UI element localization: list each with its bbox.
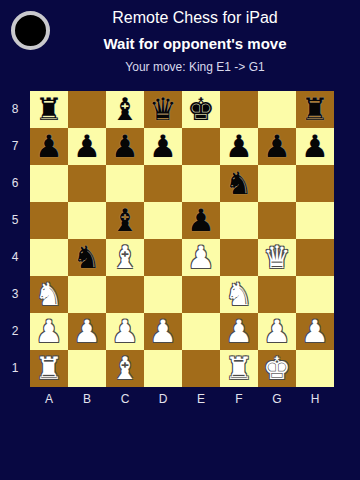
square-b2[interactable]: ♟ (68, 313, 106, 350)
white-knight-piece: ♞ (35, 279, 63, 310)
white-bishop-piece: ♝ (111, 353, 139, 384)
square-e2[interactable] (182, 313, 220, 350)
black-bishop-piece: ♝ (111, 205, 139, 236)
white-king-piece: ♚ (263, 353, 291, 384)
black-knight-piece: ♞ (225, 168, 253, 199)
square-h6[interactable] (296, 165, 334, 202)
square-d7[interactable]: ♟ (144, 128, 182, 165)
black-pawn-piece: ♟ (263, 131, 291, 162)
square-a3[interactable]: ♞ (30, 276, 68, 313)
black-rook-piece: ♜ (35, 94, 63, 125)
square-g8[interactable] (258, 91, 296, 128)
square-a5[interactable] (30, 202, 68, 239)
square-b7[interactable]: ♟ (68, 128, 106, 165)
black-rook-piece: ♜ (301, 94, 329, 125)
square-d2[interactable]: ♟ (144, 313, 182, 350)
white-knight-piece: ♞ (225, 279, 253, 310)
square-b8[interactable] (68, 91, 106, 128)
square-c3[interactable] (106, 276, 144, 313)
square-e6[interactable] (182, 165, 220, 202)
white-pawn-piece: ♟ (111, 316, 139, 347)
square-b1[interactable] (68, 350, 106, 387)
square-h7[interactable]: ♟ (296, 128, 334, 165)
square-b6[interactable] (68, 165, 106, 202)
square-g7[interactable]: ♟ (258, 128, 296, 165)
square-e5[interactable]: ♟ (182, 202, 220, 239)
square-g4[interactable]: ♛ (258, 239, 296, 276)
square-f8[interactable] (220, 91, 258, 128)
rank-label-8: 8 (0, 91, 30, 128)
white-queen-piece: ♛ (263, 242, 291, 273)
square-c1[interactable]: ♝ (106, 350, 144, 387)
square-h2[interactable]: ♟ (296, 313, 334, 350)
square-a8[interactable]: ♜ (30, 91, 68, 128)
square-d6[interactable] (144, 165, 182, 202)
rank-labels: 87654321 (0, 91, 30, 387)
file-labels: ABCDEFGH (30, 391, 334, 407)
black-king-piece: ♚ (187, 94, 215, 125)
black-pawn-piece: ♟ (225, 131, 253, 162)
last-move-text: Your move: King E1 -> G1 (30, 60, 360, 74)
file-label-f: F (220, 391, 258, 407)
white-pawn-piece: ♟ (225, 316, 253, 347)
black-pawn-piece: ♟ (35, 131, 63, 162)
black-pawn-piece: ♟ (73, 131, 101, 162)
square-g3[interactable] (258, 276, 296, 313)
square-b4[interactable]: ♞ (68, 239, 106, 276)
file-label-a: A (30, 391, 68, 407)
file-label-c: C (106, 391, 144, 407)
black-knight-piece: ♞ (73, 242, 101, 273)
rank-label-1: 1 (0, 350, 30, 387)
square-f2[interactable]: ♟ (220, 313, 258, 350)
file-label-d: D (144, 391, 182, 407)
square-c5[interactable]: ♝ (106, 202, 144, 239)
square-d8[interactable]: ♛ (144, 91, 182, 128)
file-label-b: B (68, 391, 106, 407)
status-message: Wait for opponent's move (30, 35, 360, 52)
white-pawn-piece: ♟ (35, 316, 63, 347)
rank-label-5: 5 (0, 202, 30, 239)
square-h3[interactable] (296, 276, 334, 313)
square-a6[interactable] (30, 165, 68, 202)
square-e3[interactable] (182, 276, 220, 313)
file-label-e: E (182, 391, 220, 407)
white-rook-piece: ♜ (35, 353, 63, 384)
square-f7[interactable]: ♟ (220, 128, 258, 165)
rank-label-2: 2 (0, 313, 30, 350)
square-a2[interactable]: ♟ (30, 313, 68, 350)
square-d4[interactable] (144, 239, 182, 276)
square-c8[interactable]: ♝ (106, 91, 144, 128)
square-f5[interactable] (220, 202, 258, 239)
white-pawn-piece: ♟ (263, 316, 291, 347)
square-a1[interactable]: ♜ (30, 350, 68, 387)
black-pawn-piece: ♟ (149, 131, 177, 162)
file-label-h: H (296, 391, 334, 407)
file-label-g: G (258, 391, 296, 407)
black-pawn-piece: ♟ (111, 131, 139, 162)
square-d1[interactable] (144, 350, 182, 387)
square-f1[interactable]: ♜ (220, 350, 258, 387)
white-bishop-piece: ♝ (111, 242, 139, 273)
square-c7[interactable]: ♟ (106, 128, 144, 165)
white-pawn-piece: ♟ (301, 316, 329, 347)
square-g5[interactable] (258, 202, 296, 239)
square-h4[interactable] (296, 239, 334, 276)
square-e7[interactable] (182, 128, 220, 165)
square-h5[interactable] (296, 202, 334, 239)
square-a7[interactable]: ♟ (30, 128, 68, 165)
square-a4[interactable] (30, 239, 68, 276)
white-pawn-piece: ♟ (149, 316, 177, 347)
black-pawn-piece: ♟ (301, 131, 329, 162)
rank-label-3: 3 (0, 276, 30, 313)
square-e1[interactable] (182, 350, 220, 387)
rank-label-4: 4 (0, 239, 30, 276)
square-b5[interactable] (68, 202, 106, 239)
square-c4[interactable]: ♝ (106, 239, 144, 276)
white-pawn-piece: ♟ (73, 316, 101, 347)
white-pawn-piece: ♟ (187, 242, 215, 273)
square-c6[interactable] (106, 165, 144, 202)
square-e4[interactable]: ♟ (182, 239, 220, 276)
square-e8[interactable]: ♚ (182, 91, 220, 128)
rank-label-6: 6 (0, 165, 30, 202)
black-pawn-piece: ♟ (187, 205, 215, 236)
square-f6[interactable]: ♞ (220, 165, 258, 202)
square-h8[interactable]: ♜ (296, 91, 334, 128)
square-g6[interactable] (258, 165, 296, 202)
square-d3[interactable] (144, 276, 182, 313)
rank-label-7: 7 (0, 128, 30, 165)
square-g2[interactable]: ♟ (258, 313, 296, 350)
square-g1[interactable]: ♚ (258, 350, 296, 387)
square-h1[interactable] (296, 350, 334, 387)
chess-board: ♜♝♛♚♜♟♟♟♟♟♟♟♞♝♟♞♝♟♛♞♞♟♟♟♟♟♟♟♜♝♜♚ (30, 91, 334, 387)
white-rook-piece: ♜ (225, 353, 253, 384)
square-f4[interactable] (220, 239, 258, 276)
square-f3[interactable]: ♞ (220, 276, 258, 313)
black-bishop-piece: ♝ (111, 94, 139, 125)
app-title: Remote Chess for iPad (30, 9, 360, 27)
square-d5[interactable] (144, 202, 182, 239)
square-c2[interactable]: ♟ (106, 313, 144, 350)
square-b3[interactable] (68, 276, 106, 313)
black-queen-piece: ♛ (149, 94, 177, 125)
